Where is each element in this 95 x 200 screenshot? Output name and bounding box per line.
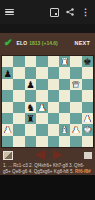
square-d7[interactable] [36, 67, 47, 78]
elo-label: ELO [16, 40, 27, 46]
square-b3[interactable] [13, 113, 24, 124]
square-a1[interactable] [2, 136, 13, 147]
piece-black-king: ♚ [83, 56, 92, 67]
square-g8[interactable] [70, 56, 81, 67]
square-b6[interactable] [13, 79, 24, 90]
square-c8[interactable] [25, 56, 36, 67]
square-g2[interactable]: ♟ [70, 124, 81, 135]
square-h3[interactable]: ♟ [82, 113, 93, 124]
square-c3[interactable]: ♜ [25, 113, 36, 124]
square-b4[interactable] [13, 102, 24, 113]
move-list-text: 1. ... Rc1-c3 2. Qf4xh6+ Kh7-g8 3. Qh6-g… [3, 163, 84, 174]
elo-bar: ✔ ELO 1813 (+14.6) NEXT [0, 33, 95, 53]
elo-value: 1813 (+14.6) [29, 40, 58, 46]
menu-icon[interactable] [5, 9, 14, 16]
square-a2[interactable]: ♟ [2, 124, 13, 135]
toolbar-shadow-strip [0, 24, 95, 33]
share-icon[interactable] [66, 8, 74, 16]
bottom-black-bar [0, 175, 95, 200]
prev-move-arrow[interactable] [35, 150, 45, 160]
square-a4[interactable] [2, 102, 13, 113]
piece-white-queen: ♛ [72, 79, 81, 90]
board-window-icon[interactable] [50, 8, 59, 17]
square-a8[interactable] [2, 56, 13, 67]
square-d3[interactable] [36, 113, 47, 124]
square-c4[interactable]: ♞ [25, 102, 36, 113]
top-toolbar: ⋮ [0, 0, 95, 24]
overflow-menu-icon[interactable]: ⋮ [81, 8, 90, 17]
square-g1[interactable] [70, 136, 81, 147]
square-h5[interactable] [82, 90, 93, 101]
square-e2[interactable] [48, 124, 59, 135]
piece-black-rook: ♜ [26, 113, 35, 124]
square-a7[interactable]: ♟ [2, 67, 13, 78]
move-list[interactable]: 1. ... Rc1-c3 2. Qf4xh6+ Kh7-g8 3. Qh6-g… [0, 162, 95, 175]
square-f6[interactable] [59, 79, 70, 90]
square-h1[interactable] [82, 136, 93, 147]
chess-board[interactable]: ♜♚♟♟♛♞♟♜♟♟♝♟♚ [2, 56, 93, 147]
square-d5[interactable] [36, 90, 47, 101]
square-c2[interactable] [25, 124, 36, 135]
app-screen: ⋮ ✔ ELO 1813 (+14.6) NEXT ♜♚♟♟♛♞♟♜♟♟♝♟♚ … [0, 0, 95, 200]
square-d6[interactable] [36, 79, 47, 90]
square-g4[interactable] [70, 102, 81, 113]
square-a5[interactable] [2, 90, 13, 101]
square-h7[interactable] [82, 67, 93, 78]
piece-white-rook: ♜ [60, 56, 69, 67]
square-b7[interactable] [13, 67, 24, 78]
square-h4[interactable] [82, 102, 93, 113]
square-b2[interactable] [13, 124, 24, 135]
piece-white-pawn: ♟ [38, 102, 47, 113]
square-e6[interactable] [48, 79, 59, 90]
square-g6[interactable]: ♛ [70, 79, 81, 90]
square-f4[interactable] [59, 102, 70, 113]
move-nav-bar [0, 148, 95, 162]
square-f2[interactable]: ♝ [59, 124, 70, 135]
square-h2[interactable]: ♚ [82, 124, 93, 135]
square-b1[interactable] [13, 136, 24, 147]
square-f7[interactable] [59, 67, 70, 78]
toolbar-actions: ⋮ [50, 8, 90, 17]
square-d2[interactable] [36, 124, 47, 135]
square-b5[interactable] [13, 90, 24, 101]
move-arrows [13, 150, 84, 160]
square-h6[interactable] [82, 79, 93, 90]
move-list-icon[interactable] [84, 152, 92, 159]
solved-check-icon: ✔ [4, 38, 12, 48]
square-f8[interactable]: ♜ [59, 56, 70, 67]
next-move-arrow[interactable] [53, 150, 63, 160]
square-e3[interactable] [48, 113, 59, 124]
square-f3[interactable] [59, 113, 70, 124]
square-d8[interactable] [36, 56, 47, 67]
chess-board-frame: ♜♚♟♟♛♞♟♜♟♟♝♟♚ [1, 55, 94, 148]
square-d1[interactable] [36, 136, 47, 147]
piece-white-bishop: ♝ [60, 124, 69, 135]
square-f1[interactable] [59, 136, 70, 147]
square-b8[interactable] [13, 56, 24, 67]
square-e8[interactable] [48, 56, 59, 67]
square-e1[interactable] [48, 136, 59, 147]
square-g5[interactable] [70, 90, 81, 101]
square-d4[interactable]: ♟ [36, 102, 47, 113]
piece-black-knight: ♞ [26, 102, 35, 113]
square-a6[interactable] [2, 79, 13, 90]
current-move-highlight: Rf6-f8# [75, 169, 91, 174]
piece-white-king: ♚ [83, 124, 92, 135]
square-c5[interactable] [25, 90, 36, 101]
square-h8[interactable]: ♚ [82, 56, 93, 67]
mini-board-icon[interactable] [3, 151, 13, 160]
square-a3[interactable] [2, 113, 13, 124]
square-f5[interactable] [59, 90, 70, 101]
piece-white-pawn: ♟ [83, 113, 92, 124]
square-g3[interactable] [70, 113, 81, 124]
square-c1[interactable] [25, 136, 36, 147]
piece-black-pawn: ♟ [26, 79, 35, 90]
square-g7[interactable] [70, 67, 81, 78]
square-e4[interactable] [48, 102, 59, 113]
square-e7[interactable] [48, 67, 59, 78]
square-c7[interactable] [25, 67, 36, 78]
square-c6[interactable]: ♟ [25, 79, 36, 90]
square-e5[interactable] [48, 90, 59, 101]
next-puzzle-button[interactable]: NEXT [74, 38, 91, 48]
piece-white-pawn: ♟ [3, 124, 12, 135]
piece-black-pawn: ♟ [3, 68, 12, 79]
piece-white-pawn: ♟ [72, 124, 81, 135]
